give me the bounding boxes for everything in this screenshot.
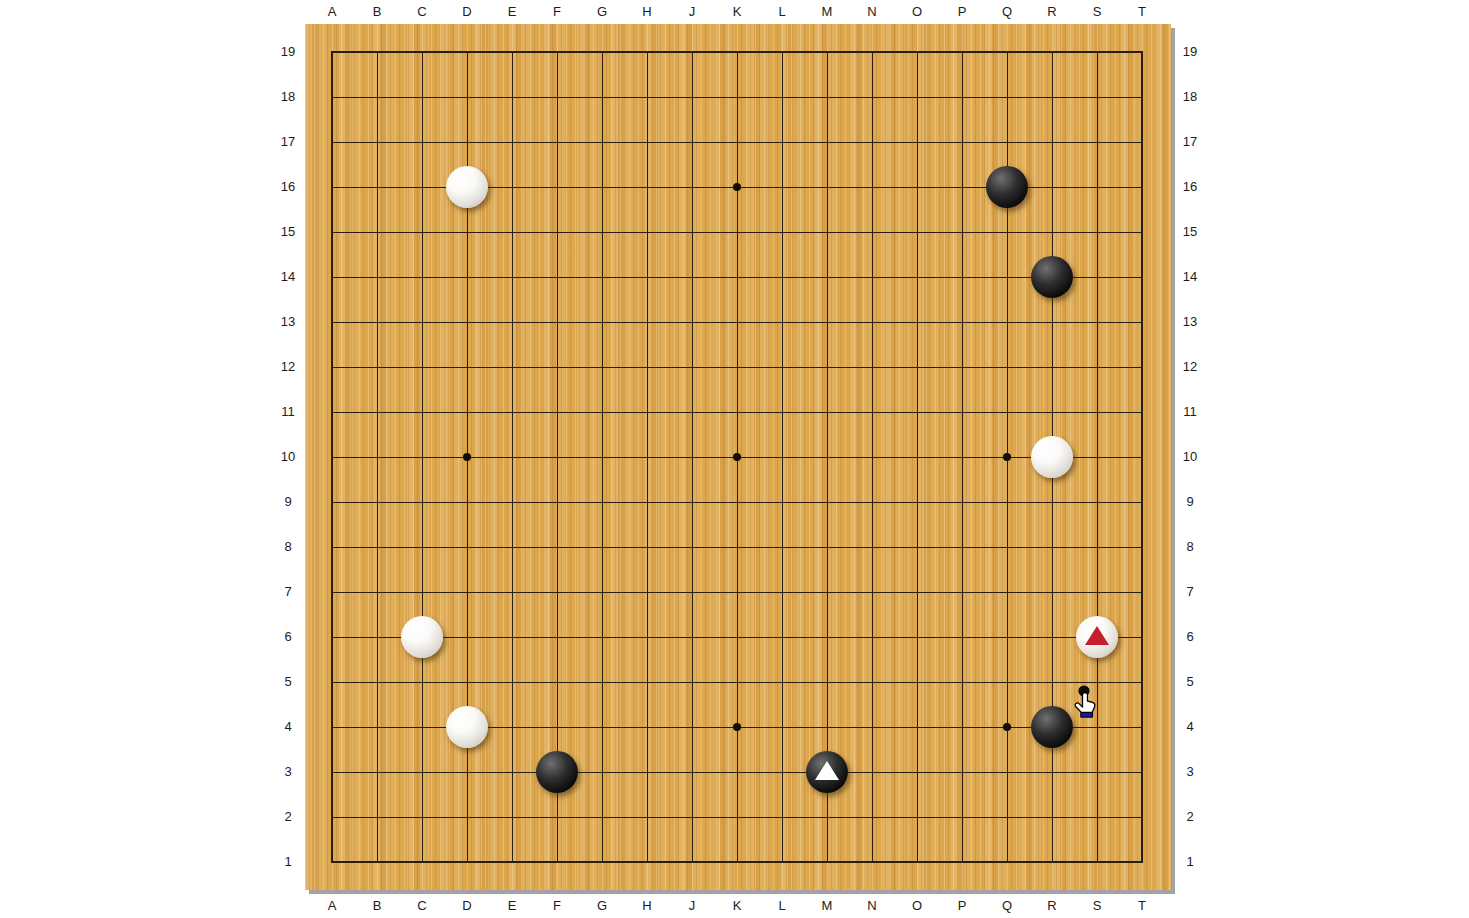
coord-label-bottom: J — [677, 898, 707, 914]
coord-label-left: 15 — [273, 224, 303, 240]
coord-label-right: 12 — [1175, 359, 1205, 375]
coord-label-top: S — [1082, 4, 1112, 20]
coord-label-right: 19 — [1175, 44, 1205, 60]
coord-label-bottom: E — [497, 898, 527, 914]
coord-label-left: 7 — [273, 584, 303, 600]
coord-label-left: 2 — [273, 809, 303, 825]
white-stone[interactable] — [446, 706, 488, 748]
coord-label-right: 4 — [1175, 719, 1205, 735]
coord-label-right: 10 — [1175, 449, 1205, 465]
coord-label-bottom: G — [587, 898, 617, 914]
coord-label-left: 14 — [273, 269, 303, 285]
coord-label-bottom: K — [722, 898, 752, 914]
cursor-cuff — [1081, 713, 1093, 718]
coord-label-bottom: R — [1037, 898, 1067, 914]
coord-label-top: N — [857, 4, 887, 20]
coord-label-top: C — [407, 4, 437, 20]
coord-label-top: D — [452, 4, 482, 20]
coord-label-right: 13 — [1175, 314, 1205, 330]
coord-label-left: 3 — [273, 764, 303, 780]
white-stone[interactable] — [1031, 436, 1073, 478]
coord-label-bottom: S — [1082, 898, 1112, 914]
coord-label-left: 18 — [273, 89, 303, 105]
coord-label-left: 13 — [273, 314, 303, 330]
coord-label-bottom: B — [362, 898, 392, 914]
coord-label-right: 18 — [1175, 89, 1205, 105]
coord-label-bottom: F — [542, 898, 572, 914]
coord-label-right: 15 — [1175, 224, 1205, 240]
coord-label-bottom: O — [902, 898, 932, 914]
coord-label-top: A — [317, 4, 347, 20]
coord-label-left: 17 — [273, 134, 303, 150]
coord-label-top: H — [632, 4, 662, 20]
white-stone[interactable] — [401, 616, 443, 658]
black-stone[interactable] — [1031, 706, 1073, 748]
coord-label-right: 7 — [1175, 584, 1205, 600]
coord-label-top: T — [1127, 4, 1157, 20]
coord-label-left: 16 — [273, 179, 303, 195]
coord-label-right: 3 — [1175, 764, 1205, 780]
coord-label-right: 5 — [1175, 674, 1205, 690]
coord-label-top: B — [362, 4, 392, 20]
app-canvas: AABBCCDDEEFFGGHHJJKKLLMMNNOOPPQQRRSSTT19… — [0, 0, 1469, 918]
coord-label-left: 5 — [273, 674, 303, 690]
coord-label-left: 10 — [273, 449, 303, 465]
coord-label-left: 6 — [273, 629, 303, 645]
coord-label-top: L — [767, 4, 797, 20]
coord-label-bottom: T — [1127, 898, 1157, 914]
coord-label-bottom: Q — [992, 898, 1022, 914]
coord-label-bottom: A — [317, 898, 347, 914]
coord-label-bottom: D — [452, 898, 482, 914]
hand-cursor-with-black-stone — [1070, 684, 1102, 724]
black-stone[interactable] — [536, 751, 578, 793]
coord-label-top: R — [1037, 4, 1067, 20]
hand-icon — [1075, 693, 1095, 713]
coord-label-top: K — [722, 4, 752, 20]
coord-label-left: 11 — [273, 404, 303, 420]
coord-label-right: 17 — [1175, 134, 1205, 150]
coord-label-right: 2 — [1175, 809, 1205, 825]
coord-label-top: P — [947, 4, 977, 20]
coord-label-right: 8 — [1175, 539, 1205, 555]
coord-label-right: 11 — [1175, 404, 1205, 420]
coord-label-left: 1 — [273, 854, 303, 870]
coord-label-bottom: N — [857, 898, 887, 914]
coord-label-top: M — [812, 4, 842, 20]
white-stone[interactable] — [446, 166, 488, 208]
coord-label-bottom: P — [947, 898, 977, 914]
coord-label-right: 16 — [1175, 179, 1205, 195]
coord-label-bottom: L — [767, 898, 797, 914]
black-stone[interactable] — [1031, 256, 1073, 298]
coord-label-left: 8 — [273, 539, 303, 555]
coord-label-bottom: H — [632, 898, 662, 914]
coord-label-bottom: M — [812, 898, 842, 914]
coord-label-right: 1 — [1175, 854, 1205, 870]
coord-label-right: 6 — [1175, 629, 1205, 645]
coord-label-left: 12 — [273, 359, 303, 375]
coord-label-right: 9 — [1175, 494, 1205, 510]
coord-label-top: Q — [992, 4, 1022, 20]
black-stone[interactable] — [986, 166, 1028, 208]
coord-label-left: 19 — [273, 44, 303, 60]
coord-label-right: 14 — [1175, 269, 1205, 285]
coord-label-top: F — [542, 4, 572, 20]
coord-label-top: E — [497, 4, 527, 20]
coord-label-left: 4 — [273, 719, 303, 735]
coord-label-bottom: C — [407, 898, 437, 914]
coord-label-top: O — [902, 4, 932, 20]
coord-label-top: J — [677, 4, 707, 20]
coord-label-left: 9 — [273, 494, 303, 510]
coord-label-top: G — [587, 4, 617, 20]
